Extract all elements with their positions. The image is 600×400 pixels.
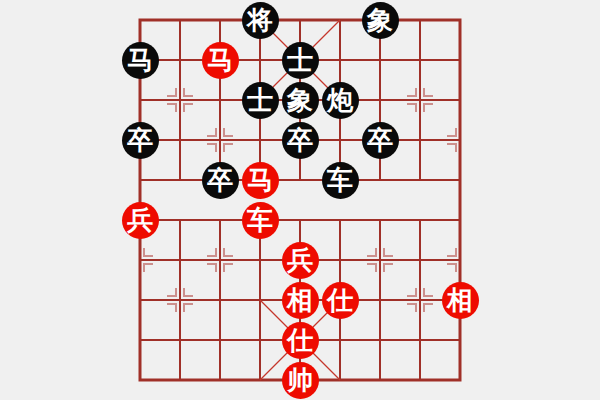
piece-red-advisor[interactable]: 仕 [282, 322, 319, 359]
piece-red-horse[interactable]: 马 [242, 162, 279, 199]
piece-red-horse[interactable]: 马 [202, 42, 239, 79]
piece-layer: 将象马马士士象炮卒卒卒卒马车兵车兵相仕相仕帅 [120, 0, 480, 400]
piece-black-advisor[interactable]: 士 [242, 82, 279, 119]
piece-black-pawn[interactable]: 卒 [362, 122, 399, 159]
piece-black-advisor[interactable]: 士 [282, 42, 319, 79]
piece-black-elephant[interactable]: 象 [362, 2, 399, 39]
piece-red-elephant[interactable]: 相 [442, 282, 479, 319]
piece-black-pawn[interactable]: 卒 [282, 122, 319, 159]
piece-red-general[interactable]: 帅 [282, 362, 319, 399]
piece-red-chariot[interactable]: 车 [242, 202, 279, 239]
piece-black-general[interactable]: 将 [242, 2, 279, 39]
piece-red-pawn[interactable]: 兵 [282, 242, 319, 279]
piece-black-elephant[interactable]: 象 [282, 82, 319, 119]
piece-black-horse[interactable]: 马 [122, 42, 159, 79]
piece-red-elephant[interactable]: 相 [282, 282, 319, 319]
piece-black-cannon[interactable]: 炮 [322, 82, 359, 119]
piece-red-advisor[interactable]: 仕 [322, 282, 359, 319]
piece-black-chariot[interactable]: 车 [322, 162, 359, 199]
xiangqi-app: 将象马马士士象炮卒卒卒卒马车兵车兵相仕相仕帅 [0, 0, 600, 400]
piece-red-pawn[interactable]: 兵 [122, 202, 159, 239]
piece-black-pawn[interactable]: 卒 [202, 162, 239, 199]
piece-black-pawn[interactable]: 卒 [122, 122, 159, 159]
